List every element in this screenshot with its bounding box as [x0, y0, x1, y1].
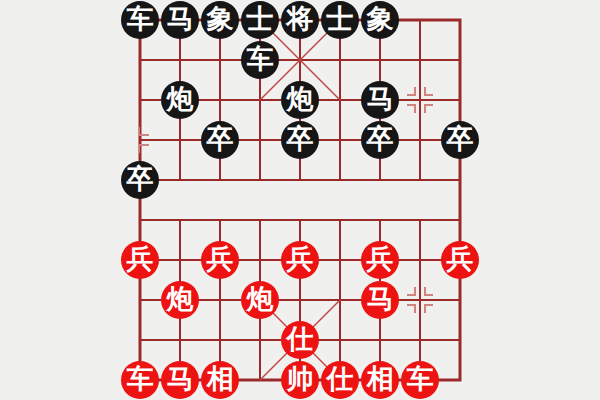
piece-black-general[interactable]: 将: [281, 1, 319, 39]
piece-red-soldier[interactable]: 兵: [121, 241, 159, 279]
piece-black-chariot[interactable]: 车: [121, 1, 159, 39]
piece-red-chariot[interactable]: 车: [401, 361, 439, 399]
piece-label: 士: [247, 6, 274, 33]
piece-black-horse[interactable]: 马: [361, 81, 399, 119]
piece-black-advisor[interactable]: 士: [321, 1, 359, 39]
piece-label: 兵: [207, 246, 234, 273]
xiangqi-board: 车马象士将士象车炮炮马卒卒卒卒卒兵兵兵兵兵炮炮马仕车马相帅仕相车: [0, 0, 600, 400]
piece-red-cannon[interactable]: 炮: [241, 281, 279, 319]
point-marker: [120, 120, 160, 160]
point-marker-bracket: [407, 287, 416, 296]
piece-label: 马: [367, 86, 394, 113]
piece-label: 兵: [287, 246, 314, 273]
piece-label: 仕: [287, 326, 314, 353]
piece-label: 仕: [327, 366, 354, 393]
point-marker-bracket: [138, 144, 149, 153]
piece-label: 兵: [447, 246, 474, 273]
point-marker-bracket: [407, 87, 416, 96]
piece-label: 象: [207, 6, 234, 33]
piece-red-horse[interactable]: 马: [161, 361, 199, 399]
piece-label: 卒: [287, 126, 314, 153]
piece-label: 卒: [367, 126, 394, 153]
piece-label: 马: [167, 366, 194, 393]
piece-red-elephant[interactable]: 相: [361, 361, 399, 399]
point-marker-bracket: [424, 104, 433, 113]
piece-black-soldier[interactable]: 卒: [441, 121, 479, 159]
piece-black-elephant[interactable]: 象: [201, 1, 239, 39]
point-marker-bracket: [424, 87, 433, 96]
piece-red-soldier[interactable]: 兵: [281, 241, 319, 279]
point-marker-bracket: [138, 127, 149, 136]
point-marker-bracket: [424, 304, 433, 313]
piece-label: 车: [247, 46, 274, 73]
piece-red-soldier[interactable]: 兵: [201, 241, 239, 279]
piece-black-cannon[interactable]: 炮: [281, 81, 319, 119]
piece-label: 相: [367, 366, 394, 393]
piece-label: 车: [127, 6, 154, 33]
point-marker-bracket: [407, 304, 416, 313]
point-marker: [400, 280, 440, 320]
piece-red-soldier[interactable]: 兵: [441, 241, 479, 279]
piece-black-cannon[interactable]: 炮: [161, 81, 199, 119]
piece-label: 卒: [127, 166, 154, 193]
point-marker: [400, 80, 440, 120]
piece-black-chariot[interactable]: 车: [241, 41, 279, 79]
piece-label: 炮: [247, 286, 274, 313]
board-grid[interactable]: 车马象士将士象车炮炮马卒卒卒卒卒兵兵兵兵兵炮炮马仕车马相帅仕相车: [120, 0, 480, 400]
piece-red-cannon[interactable]: 炮: [161, 281, 199, 319]
piece-label: 马: [367, 286, 394, 313]
piece-label: 将: [287, 6, 314, 33]
piece-red-horse[interactable]: 马: [361, 281, 399, 319]
piece-label: 车: [407, 366, 434, 393]
piece-label: 兵: [367, 246, 394, 273]
piece-label: 马: [167, 6, 194, 33]
piece-label: 炮: [167, 86, 194, 113]
piece-black-soldier[interactable]: 卒: [281, 121, 319, 159]
piece-red-chariot[interactable]: 车: [121, 361, 159, 399]
piece-label: 炮: [287, 86, 314, 113]
piece-label: 兵: [127, 246, 154, 273]
piece-black-elephant[interactable]: 象: [361, 1, 399, 39]
piece-label: 炮: [167, 286, 194, 313]
piece-black-horse[interactable]: 马: [161, 1, 199, 39]
piece-red-advisor[interactable]: 仕: [321, 361, 359, 399]
piece-black-soldier[interactable]: 卒: [121, 161, 159, 199]
piece-label: 象: [367, 6, 394, 33]
piece-red-elephant[interactable]: 相: [201, 361, 239, 399]
piece-label: 帅: [287, 366, 314, 393]
piece-label: 卒: [447, 126, 474, 153]
piece-label: 相: [207, 366, 234, 393]
point-marker-bracket: [407, 104, 416, 113]
piece-label: 卒: [207, 126, 234, 153]
piece-label: 车: [127, 366, 154, 393]
piece-red-advisor[interactable]: 仕: [281, 321, 319, 359]
piece-label: 士: [327, 6, 354, 33]
piece-black-soldier[interactable]: 卒: [201, 121, 239, 159]
piece-black-soldier[interactable]: 卒: [361, 121, 399, 159]
piece-black-advisor[interactable]: 士: [241, 1, 279, 39]
piece-red-soldier[interactable]: 兵: [361, 241, 399, 279]
piece-red-general[interactable]: 帅: [281, 361, 319, 399]
point-marker-bracket: [424, 287, 433, 296]
